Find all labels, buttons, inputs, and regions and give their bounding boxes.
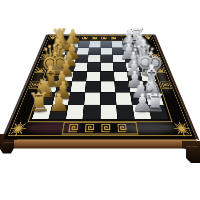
sunburst-near-right <box>172 122 191 136</box>
square-d5[interactable] <box>101 63 114 71</box>
wood-front-edge <box>3 139 197 149</box>
square-b5[interactable] <box>101 48 112 55</box>
meander-strip-near <box>62 122 138 134</box>
piece-white-p-h2[interactable]: ♟ <box>48 91 70 115</box>
chess-set-photo: ♜♟♟♜♞♟♟♞♝♟♟♝♛♟♟♛♚♟♟♚♝♟♟♝♞♟♟♞♜♟♟♜ <box>0 0 200 200</box>
square-h5[interactable] <box>100 105 117 119</box>
foot-left-carve <box>3 142 13 143</box>
square-c5[interactable] <box>101 55 113 63</box>
square-c4[interactable] <box>88 55 100 63</box>
square-a5[interactable] <box>101 41 112 47</box>
wood-front-highlight <box>4 140 196 141</box>
piece-black-r-h8[interactable]: ♜ <box>143 90 166 116</box>
sunburst-near-left <box>8 122 28 136</box>
foot-right-carve <box>186 146 198 147</box>
meander-strip-far <box>79 36 123 40</box>
square-f5[interactable] <box>100 81 114 92</box>
square-b4[interactable] <box>89 48 100 55</box>
square-e4[interactable] <box>87 71 101 80</box>
square-e5[interactable] <box>101 71 115 80</box>
board-foot-right <box>182 141 200 163</box>
square-g4[interactable] <box>85 92 100 104</box>
square-a4[interactable] <box>89 41 100 47</box>
square-d4[interactable] <box>87 63 100 71</box>
square-g5[interactable] <box>100 92 115 104</box>
square-f4[interactable] <box>86 81 100 92</box>
square-h4[interactable] <box>83 105 100 119</box>
